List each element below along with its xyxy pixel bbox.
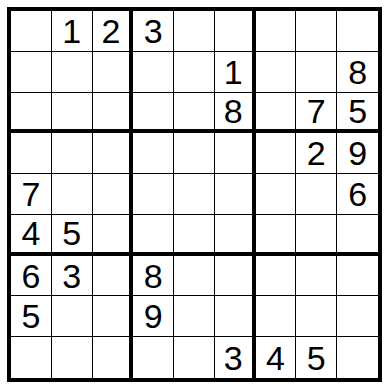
cell-r3c1[interactable] bbox=[11, 93, 52, 134]
cell-r6c3[interactable] bbox=[93, 215, 134, 256]
cell-r2c8[interactable] bbox=[296, 52, 337, 93]
cell-r4c5[interactable] bbox=[174, 133, 215, 174]
cell-r6c8[interactable] bbox=[296, 215, 337, 256]
cell-r3c9: 5 bbox=[337, 93, 378, 134]
cell-r1c4: 3 bbox=[133, 11, 174, 52]
cell-r9c7: 4 bbox=[256, 337, 297, 378]
cell-r7c7[interactable] bbox=[256, 256, 297, 297]
cell-r4c2[interactable] bbox=[52, 133, 93, 174]
cell-r8c6[interactable] bbox=[215, 296, 256, 337]
cell-r5c2[interactable] bbox=[52, 174, 93, 215]
cell-r2c3[interactable] bbox=[93, 52, 134, 93]
cell-r7c2: 3 bbox=[52, 256, 93, 297]
cell-r9c3[interactable] bbox=[93, 337, 134, 378]
cell-r8c4: 9 bbox=[133, 296, 174, 337]
cell-r5c7[interactable] bbox=[256, 174, 297, 215]
cell-r2c9: 8 bbox=[337, 52, 378, 93]
cell-r9c2[interactable] bbox=[52, 337, 93, 378]
sudoku-board: 1231887529764563859345 bbox=[7, 7, 382, 382]
cell-r1c1[interactable] bbox=[11, 11, 52, 52]
cell-r7c3[interactable] bbox=[93, 256, 134, 297]
cell-r4c7[interactable] bbox=[256, 133, 297, 174]
cell-r5c3[interactable] bbox=[93, 174, 134, 215]
cell-r2c4[interactable] bbox=[133, 52, 174, 93]
cell-r8c7[interactable] bbox=[256, 296, 297, 337]
cell-r3c6: 8 bbox=[215, 93, 256, 134]
cell-r5c4[interactable] bbox=[133, 174, 174, 215]
cell-r7c6[interactable] bbox=[215, 256, 256, 297]
cell-r4c3[interactable] bbox=[93, 133, 134, 174]
cell-r9c4[interactable] bbox=[133, 337, 174, 378]
cell-r3c3[interactable] bbox=[93, 93, 134, 134]
cell-r6c4[interactable] bbox=[133, 215, 174, 256]
cell-r3c2[interactable] bbox=[52, 93, 93, 134]
cell-r5c5[interactable] bbox=[174, 174, 215, 215]
cell-r2c6: 1 bbox=[215, 52, 256, 93]
cell-r5c9: 6 bbox=[337, 174, 378, 215]
cell-r1c5[interactable] bbox=[174, 11, 215, 52]
cell-r5c6[interactable] bbox=[215, 174, 256, 215]
cell-r8c8[interactable] bbox=[296, 296, 337, 337]
cell-r6c6[interactable] bbox=[215, 215, 256, 256]
cell-r6c9[interactable] bbox=[337, 215, 378, 256]
cell-r9c9[interactable] bbox=[337, 337, 378, 378]
cell-r7c4: 8 bbox=[133, 256, 174, 297]
cell-r4c6[interactable] bbox=[215, 133, 256, 174]
cell-r7c1: 6 bbox=[11, 256, 52, 297]
cell-r2c1[interactable] bbox=[11, 52, 52, 93]
cell-r7c8[interactable] bbox=[296, 256, 337, 297]
cell-r1c2: 1 bbox=[52, 11, 93, 52]
cell-r2c7[interactable] bbox=[256, 52, 297, 93]
cell-r7c9[interactable] bbox=[337, 256, 378, 297]
cell-r9c1[interactable] bbox=[11, 337, 52, 378]
cell-r2c5[interactable] bbox=[174, 52, 215, 93]
cell-r3c4[interactable] bbox=[133, 93, 174, 134]
cell-r9c8: 5 bbox=[296, 337, 337, 378]
cell-r8c5[interactable] bbox=[174, 296, 215, 337]
cell-r1c7[interactable] bbox=[256, 11, 297, 52]
cell-r6c1: 4 bbox=[11, 215, 52, 256]
cell-r4c8: 2 bbox=[296, 133, 337, 174]
cell-r4c9: 9 bbox=[337, 133, 378, 174]
cell-r1c3: 2 bbox=[93, 11, 134, 52]
cell-r9c6: 3 bbox=[215, 337, 256, 378]
cell-r6c5[interactable] bbox=[174, 215, 215, 256]
cell-r9c5[interactable] bbox=[174, 337, 215, 378]
cell-r4c4[interactable] bbox=[133, 133, 174, 174]
cell-r1c9[interactable] bbox=[337, 11, 378, 52]
cell-r8c1: 5 bbox=[11, 296, 52, 337]
cell-r3c7[interactable] bbox=[256, 93, 297, 134]
cell-r1c8[interactable] bbox=[296, 11, 337, 52]
cell-r5c1: 7 bbox=[11, 174, 52, 215]
cell-r3c8: 7 bbox=[296, 93, 337, 134]
cell-r6c2: 5 bbox=[52, 215, 93, 256]
cell-r6c7[interactable] bbox=[256, 215, 297, 256]
cell-r1c6[interactable] bbox=[215, 11, 256, 52]
cell-r5c8[interactable] bbox=[296, 174, 337, 215]
cell-r3c5[interactable] bbox=[174, 93, 215, 134]
cell-r8c2[interactable] bbox=[52, 296, 93, 337]
cell-r7c5[interactable] bbox=[174, 256, 215, 297]
cell-r8c3[interactable] bbox=[93, 296, 134, 337]
cell-r8c9[interactable] bbox=[337, 296, 378, 337]
cell-r2c2[interactable] bbox=[52, 52, 93, 93]
cell-r4c1[interactable] bbox=[11, 133, 52, 174]
